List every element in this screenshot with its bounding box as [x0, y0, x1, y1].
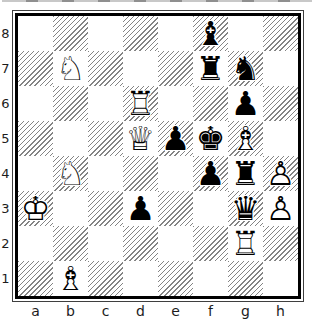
- square-f3: [193, 191, 228, 226]
- square-c1: [88, 261, 123, 296]
- square-f4: ♟♟: [193, 156, 228, 191]
- file-label-b: b: [53, 303, 88, 319]
- white-knight: ♞♘: [53, 156, 88, 191]
- square-h6: [263, 86, 298, 121]
- square-g8: [228, 16, 263, 51]
- file-labels: abcdefgh: [18, 303, 298, 319]
- square-e6: [158, 86, 193, 121]
- file-label-e: e: [158, 303, 193, 319]
- square-b3: [53, 191, 88, 226]
- square-d2: [123, 226, 158, 261]
- rank-label-2: 2: [0, 226, 11, 261]
- square-a5: [18, 121, 53, 156]
- board-frame-inner: ♝♝♞♘♜♜♞♞♜♖♟♟♛♕♟♟♚♚♝♗♞♘♟♟♜♜♟♙♚♔♟♟♛♛♟♙♜♖♝♗: [15, 13, 301, 299]
- white-bishop: ♝♗: [53, 261, 88, 296]
- square-f5: ♚♚: [193, 121, 228, 156]
- black-pawn: ♟♟: [193, 156, 228, 191]
- file-label-h: h: [263, 303, 298, 319]
- square-h3: ♟♙: [263, 191, 298, 226]
- rank-label-5: 5: [0, 121, 11, 156]
- file-label-f: f: [193, 303, 228, 319]
- square-d6: ♜♖: [123, 86, 158, 121]
- square-c2: [88, 226, 123, 261]
- chess-diagram: 87654321 ♝♝♞♘♜♜♞♞♜♖♟♟♛♕♟♟♚♚♝♗♞♘♟♟♜♜♟♙♚♔♟…: [0, 0, 314, 320]
- square-g7: ♞♞: [228, 51, 263, 86]
- square-d1: [123, 261, 158, 296]
- board-frame-outer: ♝♝♞♘♜♜♞♞♜♖♟♟♛♕♟♟♚♚♝♗♞♘♟♟♜♜♟♙♚♔♟♟♛♛♟♙♜♖♝♗: [12, 10, 304, 302]
- square-h7: [263, 51, 298, 86]
- square-c7: [88, 51, 123, 86]
- square-d5: ♛♕: [123, 121, 158, 156]
- rank-label-7: 7: [0, 51, 11, 86]
- black-knight: ♞♞: [228, 51, 263, 86]
- file-label-c: c: [88, 303, 123, 319]
- black-bishop: ♝♝: [193, 16, 228, 51]
- square-b1: ♝♗: [53, 261, 88, 296]
- square-g5: ♝♗: [228, 121, 263, 156]
- rank-label-1: 1: [0, 261, 11, 296]
- white-bishop: ♝♗: [228, 121, 263, 156]
- square-d8: [123, 16, 158, 51]
- square-d3: ♟♟: [123, 191, 158, 226]
- rank-label-4: 4: [0, 156, 11, 191]
- square-f6: [193, 86, 228, 121]
- square-a8: [18, 16, 53, 51]
- white-rook: ♜♖: [123, 86, 158, 121]
- square-b7: ♞♘: [53, 51, 88, 86]
- black-rook: ♜♜: [193, 51, 228, 86]
- file-label-g: g: [228, 303, 263, 319]
- black-pawn: ♟♟: [158, 121, 193, 156]
- file-label-a: a: [18, 303, 53, 319]
- square-h4: ♟♙: [263, 156, 298, 191]
- square-b2: [53, 226, 88, 261]
- square-e3: [158, 191, 193, 226]
- square-e4: [158, 156, 193, 191]
- square-c4: [88, 156, 123, 191]
- square-c8: [88, 16, 123, 51]
- white-king: ♚♔: [18, 191, 53, 226]
- square-c3: [88, 191, 123, 226]
- square-e8: [158, 16, 193, 51]
- rank-label-8: 8: [0, 16, 11, 51]
- square-g1: [228, 261, 263, 296]
- square-c6: [88, 86, 123, 121]
- square-e1: [158, 261, 193, 296]
- square-f7: ♜♜: [193, 51, 228, 86]
- square-g6: ♟♟: [228, 86, 263, 121]
- square-a7: [18, 51, 53, 86]
- white-pawn: ♟♙: [263, 191, 298, 226]
- rank-label-6: 6: [0, 86, 11, 121]
- square-b4: ♞♘: [53, 156, 88, 191]
- square-e5: ♟♟: [158, 121, 193, 156]
- rank-label-3: 3: [0, 191, 11, 226]
- black-queen: ♛♛: [228, 191, 263, 226]
- black-pawn: ♟♟: [228, 86, 263, 121]
- square-h1: [263, 261, 298, 296]
- square-g4: ♜♜: [228, 156, 263, 191]
- square-f1: [193, 261, 228, 296]
- black-king: ♚♚: [193, 121, 228, 156]
- square-a4: [18, 156, 53, 191]
- square-d7: [123, 51, 158, 86]
- square-a1: [18, 261, 53, 296]
- black-rook: ♜♜: [228, 156, 263, 191]
- square-f8: ♝♝: [193, 16, 228, 51]
- square-h5: [263, 121, 298, 156]
- square-b5: [53, 121, 88, 156]
- white-queen: ♛♕: [123, 121, 158, 156]
- file-label-d: d: [123, 303, 158, 319]
- square-g3: ♛♛: [228, 191, 263, 226]
- square-f2: [193, 226, 228, 261]
- square-e2: [158, 226, 193, 261]
- square-a3: ♚♔: [18, 191, 53, 226]
- square-e7: [158, 51, 193, 86]
- square-a2: [18, 226, 53, 261]
- rank-labels: 87654321: [0, 16, 11, 296]
- square-h2: [263, 226, 298, 261]
- square-c5: [88, 121, 123, 156]
- square-b8: [53, 16, 88, 51]
- white-pawn: ♟♙: [263, 156, 298, 191]
- square-a6: [18, 86, 53, 121]
- white-rook: ♜♖: [228, 226, 263, 261]
- square-h8: [263, 16, 298, 51]
- black-pawn: ♟♟: [123, 191, 158, 226]
- square-g2: ♜♖: [228, 226, 263, 261]
- white-knight: ♞♘: [53, 51, 88, 86]
- square-d4: [123, 156, 158, 191]
- square-b6: [53, 86, 88, 121]
- chess-board: ♝♝♞♘♜♜♞♞♜♖♟♟♛♕♟♟♚♚♝♗♞♘♟♟♜♜♟♙♚♔♟♟♛♛♟♙♜♖♝♗: [18, 16, 298, 296]
- image-top-edge-artifact: [2, 0, 312, 2]
